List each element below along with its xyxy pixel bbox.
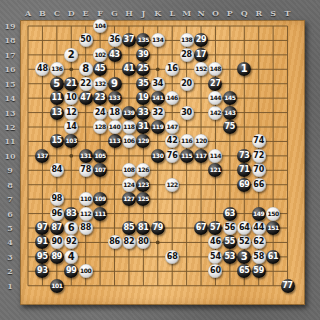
row-label-9: 9 bbox=[7, 165, 13, 175]
stone-M15-move-20[interactable]: 20 bbox=[180, 77, 194, 91]
move-number: 55 bbox=[225, 238, 236, 246]
row-label-5: 5 bbox=[7, 223, 13, 233]
move-number: 123 bbox=[138, 182, 149, 188]
move-number: 139 bbox=[123, 110, 134, 116]
move-number: 130 bbox=[152, 153, 163, 159]
move-number: 150 bbox=[267, 211, 278, 217]
stone-G17-move-43[interactable]: 43 bbox=[108, 48, 122, 62]
move-number: 131 bbox=[80, 153, 91, 159]
col-label-N: N bbox=[197, 8, 204, 18]
stone-K14-move-141[interactable]: 141 bbox=[151, 91, 165, 105]
move-number: 77 bbox=[282, 282, 293, 290]
stone-J15-move-35[interactable]: 35 bbox=[136, 77, 150, 91]
move-number: 62 bbox=[253, 238, 264, 246]
move-number: 53 bbox=[225, 253, 236, 261]
stone-K13-move-32[interactable]: 32 bbox=[151, 106, 165, 120]
stone-R8-move-66[interactable]: 66 bbox=[252, 178, 266, 192]
stone-C15-move-5[interactable]: 5 bbox=[50, 77, 64, 91]
stone-F13-move-24[interactable]: 24 bbox=[93, 106, 107, 120]
move-number: 151 bbox=[267, 225, 278, 231]
row-label-10: 10 bbox=[4, 151, 15, 161]
move-number: 43 bbox=[109, 51, 120, 59]
stone-M17-move-28[interactable]: 28 bbox=[180, 48, 194, 62]
move-number: 89 bbox=[51, 253, 62, 261]
stone-C14-move-11[interactable]: 11 bbox=[50, 91, 64, 105]
stone-E15-move-22[interactable]: 22 bbox=[79, 77, 93, 91]
stone-P12-move-75[interactable]: 75 bbox=[223, 120, 237, 134]
row-label-3: 3 bbox=[7, 252, 13, 262]
move-number: 24 bbox=[95, 109, 106, 117]
move-number: 152 bbox=[195, 66, 206, 72]
move-number: 98 bbox=[51, 195, 62, 203]
move-number: 149 bbox=[253, 211, 264, 217]
move-number: 12 bbox=[66, 109, 77, 117]
move-number: 115 bbox=[181, 153, 192, 159]
move-number: 37 bbox=[124, 36, 135, 44]
stone-R9-move-70[interactable]: 70 bbox=[252, 163, 266, 177]
stone-P3-move-53[interactable]: 53 bbox=[223, 250, 237, 264]
stone-G14-move-133[interactable]: 133 bbox=[108, 91, 122, 105]
stone-G18-move-36[interactable]: 36 bbox=[108, 33, 122, 47]
stone-N10-move-117[interactable]: 117 bbox=[194, 149, 208, 163]
col-label-M: M bbox=[182, 8, 191, 18]
move-number: 126 bbox=[138, 167, 149, 173]
col-label-T: T bbox=[285, 8, 291, 18]
stone-K5-move-79[interactable]: 79 bbox=[151, 221, 165, 235]
row-label-14: 14 bbox=[4, 93, 15, 103]
move-number: 79 bbox=[152, 224, 163, 232]
stone-M10-move-115[interactable]: 115 bbox=[180, 149, 194, 163]
move-number: 69 bbox=[239, 181, 250, 189]
stone-E14-move-47[interactable]: 47 bbox=[79, 91, 93, 105]
move-number: 48 bbox=[37, 65, 48, 73]
move-number: 11 bbox=[51, 94, 62, 102]
move-number: 133 bbox=[109, 95, 120, 101]
stone-C5-move-87[interactable]: 87 bbox=[50, 221, 64, 235]
col-label-J: J bbox=[141, 8, 145, 18]
row-label-4: 4 bbox=[7, 237, 13, 247]
move-number: 107 bbox=[94, 167, 105, 173]
move-number: 72 bbox=[253, 152, 264, 160]
col-label-L: L bbox=[169, 8, 175, 18]
move-number: 103 bbox=[66, 138, 77, 144]
col-label-C: C bbox=[54, 8, 60, 18]
move-number: 65 bbox=[239, 267, 250, 275]
move-number: 110 bbox=[80, 196, 91, 202]
move-number: 2 bbox=[68, 50, 75, 60]
stone-R6-move-149[interactable]: 149 bbox=[252, 207, 266, 221]
move-number: 3 bbox=[241, 252, 248, 262]
move-number: 15 bbox=[51, 137, 62, 145]
move-number: 17 bbox=[196, 51, 207, 59]
stone-L10-move-76[interactable]: 76 bbox=[165, 149, 179, 163]
stone-C7-move-98[interactable]: 98 bbox=[50, 192, 64, 206]
move-number: 142 bbox=[210, 110, 221, 116]
stone-H13-move-139[interactable]: 139 bbox=[122, 106, 136, 120]
move-number: 30 bbox=[181, 109, 192, 117]
move-number: 42 bbox=[167, 137, 178, 145]
stone-F10-move-105[interactable]: 105 bbox=[93, 149, 107, 163]
col-label-R: R bbox=[255, 8, 262, 18]
move-number: 132 bbox=[94, 81, 105, 87]
stone-E9-move-78[interactable]: 78 bbox=[79, 163, 93, 177]
move-number: 23 bbox=[95, 94, 106, 102]
stone-N17-move-17[interactable]: 17 bbox=[194, 48, 208, 62]
row-label-12: 12 bbox=[4, 122, 15, 132]
stone-G4-move-86[interactable]: 86 bbox=[108, 235, 122, 249]
move-number: 63 bbox=[225, 210, 236, 218]
col-label-H: H bbox=[125, 8, 133, 18]
stone-N5-move-67[interactable]: 67 bbox=[194, 221, 208, 235]
stone-O13-move-142[interactable]: 142 bbox=[208, 106, 222, 120]
move-number: 75 bbox=[225, 123, 236, 131]
move-number: 138 bbox=[181, 37, 192, 43]
stone-D17-move-2[interactable]: 2 bbox=[64, 48, 78, 62]
stone-H5-move-85[interactable]: 85 bbox=[122, 221, 136, 235]
col-label-S: S bbox=[270, 8, 276, 18]
move-number: 95 bbox=[37, 253, 48, 261]
move-number: 87 bbox=[51, 224, 62, 232]
stone-F15-move-132[interactable]: 132 bbox=[93, 77, 107, 91]
move-number: 71 bbox=[239, 166, 250, 174]
stone-D13-move-12[interactable]: 12 bbox=[64, 106, 78, 120]
move-number: 82 bbox=[124, 238, 135, 246]
stone-E2-move-100[interactable]: 100 bbox=[79, 264, 93, 278]
move-number: 119 bbox=[152, 124, 163, 130]
move-number: 83 bbox=[66, 210, 77, 218]
go-game-record-screenshot: ABCDEFGHJKLMNOPQRST191817161514131211109… bbox=[0, 0, 320, 320]
stone-Q8-move-69[interactable]: 69 bbox=[237, 178, 251, 192]
move-number: 5 bbox=[53, 79, 60, 89]
move-number: 66 bbox=[253, 181, 264, 189]
stone-F12-move-128[interactable]: 128 bbox=[93, 120, 107, 134]
move-number: 101 bbox=[51, 283, 62, 289]
move-number: 120 bbox=[195, 138, 206, 144]
stone-M13-move-30[interactable]: 30 bbox=[180, 106, 194, 120]
stone-C3-move-89[interactable]: 89 bbox=[50, 250, 64, 264]
stone-G13-move-18[interactable]: 18 bbox=[108, 106, 122, 120]
stone-R3-move-58[interactable]: 58 bbox=[252, 250, 266, 264]
stone-H8-move-124[interactable]: 124 bbox=[122, 178, 136, 192]
row-label-15: 15 bbox=[4, 79, 15, 89]
col-label-O: O bbox=[212, 8, 219, 18]
move-number: 76 bbox=[167, 152, 178, 160]
stone-E6-move-112[interactable]: 112 bbox=[79, 207, 93, 221]
row-label-1: 1 bbox=[7, 281, 13, 291]
row-label-13: 13 bbox=[4, 108, 15, 118]
move-number: 93 bbox=[37, 267, 48, 275]
move-number: 97 bbox=[37, 224, 48, 232]
row-label-2: 2 bbox=[7, 266, 13, 276]
move-number: 106 bbox=[123, 138, 134, 144]
stone-P14-move-145[interactable]: 145 bbox=[223, 91, 237, 105]
stone-L3-move-68[interactable]: 68 bbox=[165, 250, 179, 264]
move-number: 117 bbox=[195, 153, 206, 159]
stone-J13-move-33[interactable]: 33 bbox=[136, 106, 150, 120]
move-number: 60 bbox=[210, 267, 221, 275]
move-number: 8 bbox=[82, 64, 89, 74]
move-number: 129 bbox=[138, 138, 149, 144]
move-number: 140 bbox=[109, 124, 120, 130]
row-label-11: 11 bbox=[4, 136, 15, 146]
stone-E16-move-8[interactable]: 8 bbox=[79, 62, 93, 76]
move-number: 134 bbox=[152, 37, 163, 43]
move-number: 59 bbox=[253, 267, 264, 275]
move-number: 114 bbox=[210, 153, 221, 159]
stone-F17-move-102[interactable]: 102 bbox=[93, 48, 107, 62]
move-number: 111 bbox=[94, 211, 105, 217]
row-label-18: 18 bbox=[4, 35, 15, 45]
move-number: 27 bbox=[210, 80, 221, 88]
col-label-E: E bbox=[83, 8, 89, 18]
move-number: 136 bbox=[51, 66, 62, 72]
move-number: 39 bbox=[138, 51, 149, 59]
col-label-F: F bbox=[97, 8, 103, 18]
move-number: 21 bbox=[66, 80, 77, 88]
move-number: 31 bbox=[138, 123, 149, 131]
stone-C1-move-101[interactable]: 101 bbox=[50, 279, 64, 293]
move-number: 28 bbox=[181, 51, 192, 59]
move-number: 86 bbox=[109, 238, 120, 246]
stone-C6-move-96[interactable]: 96 bbox=[50, 207, 64, 221]
move-number: 18 bbox=[109, 109, 120, 117]
move-number: 35 bbox=[138, 80, 149, 88]
stone-M11-move-116[interactable]: 116 bbox=[180, 134, 194, 148]
move-number: 64 bbox=[239, 224, 250, 232]
move-number: 128 bbox=[94, 124, 105, 130]
row-label-17: 17 bbox=[4, 50, 15, 60]
move-number: 73 bbox=[239, 152, 250, 160]
stone-L8-move-122[interactable]: 122 bbox=[165, 178, 179, 192]
move-number: 90 bbox=[51, 238, 62, 246]
move-number: 47 bbox=[80, 94, 91, 102]
move-number: 96 bbox=[51, 210, 62, 218]
col-label-P: P bbox=[227, 8, 233, 18]
move-number: 29 bbox=[196, 36, 207, 44]
col-label-D: D bbox=[68, 8, 75, 18]
move-number: 116 bbox=[181, 138, 192, 144]
col-label-B: B bbox=[39, 8, 46, 18]
stone-K15-move-34[interactable]: 34 bbox=[151, 77, 165, 91]
move-number: 145 bbox=[224, 95, 235, 101]
move-number: 104 bbox=[94, 23, 105, 29]
move-number: 137 bbox=[37, 153, 48, 159]
move-number: 54 bbox=[210, 253, 221, 261]
stone-R10-move-72[interactable]: 72 bbox=[252, 149, 266, 163]
move-number: 121 bbox=[210, 167, 221, 173]
move-number: 57 bbox=[210, 224, 221, 232]
move-number: 148 bbox=[210, 66, 221, 72]
move-number: 56 bbox=[225, 224, 236, 232]
move-number: 61 bbox=[268, 253, 279, 261]
move-number: 102 bbox=[94, 52, 105, 58]
move-number: 70 bbox=[253, 166, 264, 174]
stone-E10-move-131[interactable]: 131 bbox=[79, 149, 93, 163]
stone-E7-move-110[interactable]: 110 bbox=[79, 192, 93, 206]
stone-M18-move-138[interactable]: 138 bbox=[180, 33, 194, 47]
move-number: 36 bbox=[109, 36, 120, 44]
row-label-19: 19 bbox=[4, 21, 15, 31]
move-number: 143 bbox=[224, 110, 235, 116]
stone-K10-move-130[interactable]: 130 bbox=[151, 149, 165, 163]
stone-D15-move-21[interactable]: 21 bbox=[64, 77, 78, 91]
move-number: 32 bbox=[152, 109, 163, 117]
move-number: 34 bbox=[152, 80, 163, 88]
stone-H7-move-127[interactable]: 127 bbox=[122, 192, 136, 206]
stone-E5-move-88[interactable]: 88 bbox=[79, 221, 93, 235]
stone-J8-move-123[interactable]: 123 bbox=[136, 178, 150, 192]
row-label-8: 8 bbox=[7, 180, 13, 190]
move-number: 33 bbox=[138, 109, 149, 117]
stone-P6-move-63[interactable]: 63 bbox=[223, 207, 237, 221]
move-number: 78 bbox=[80, 166, 91, 174]
stone-F6-move-111[interactable]: 111 bbox=[93, 207, 107, 221]
move-number: 135 bbox=[138, 37, 149, 43]
col-label-A: A bbox=[25, 8, 31, 18]
col-label-K: K bbox=[154, 8, 161, 18]
stone-S3-move-61[interactable]: 61 bbox=[266, 250, 280, 264]
move-number: 105 bbox=[94, 153, 105, 159]
move-number: 92 bbox=[66, 238, 77, 246]
move-number: 25 bbox=[138, 65, 149, 73]
move-number: 109 bbox=[94, 196, 105, 202]
move-number: 85 bbox=[124, 224, 135, 232]
move-number: 44 bbox=[253, 224, 264, 232]
move-number: 52 bbox=[239, 238, 250, 246]
move-number: 16 bbox=[167, 65, 178, 73]
move-number: 122 bbox=[167, 182, 178, 188]
move-number: 112 bbox=[80, 211, 91, 217]
move-number: 13 bbox=[51, 109, 62, 117]
stone-R2-move-59[interactable]: 59 bbox=[252, 264, 266, 278]
stone-F19-move-104[interactable]: 104 bbox=[93, 19, 107, 33]
stone-C13-move-13[interactable]: 13 bbox=[50, 106, 64, 120]
move-number: 124 bbox=[123, 182, 134, 188]
stone-S6-move-150[interactable]: 150 bbox=[266, 207, 280, 221]
stone-H12-move-118[interactable]: 118 bbox=[122, 120, 136, 134]
move-number: 10 bbox=[66, 94, 77, 102]
move-number: 4 bbox=[68, 252, 75, 262]
move-number: 80 bbox=[138, 238, 149, 246]
move-number: 67 bbox=[196, 224, 207, 232]
move-number: 84 bbox=[51, 166, 62, 174]
move-number: 50 bbox=[80, 36, 91, 44]
move-number: 1 bbox=[241, 64, 248, 74]
stone-P5-move-56[interactable]: 56 bbox=[223, 221, 237, 235]
stone-G12-move-140[interactable]: 140 bbox=[108, 120, 122, 134]
row-label-6: 6 bbox=[7, 209, 13, 219]
stone-D6-move-83[interactable]: 83 bbox=[64, 207, 78, 221]
move-number: 113 bbox=[109, 138, 120, 144]
move-number: 9 bbox=[111, 79, 118, 89]
move-number: 20 bbox=[181, 80, 192, 88]
move-number: 81 bbox=[138, 224, 149, 232]
move-number: 88 bbox=[80, 224, 91, 232]
row-label-16: 16 bbox=[4, 64, 15, 74]
stone-T1-move-77[interactable]: 77 bbox=[281, 279, 295, 293]
move-number: 144 bbox=[210, 95, 221, 101]
stone-R5-move-44[interactable]: 44 bbox=[252, 221, 266, 235]
row-label-7: 7 bbox=[7, 194, 13, 204]
move-number: 14 bbox=[66, 123, 77, 131]
move-number: 58 bbox=[253, 253, 264, 261]
move-number: 141 bbox=[152, 95, 163, 101]
stone-G11-move-113[interactable]: 113 bbox=[108, 134, 122, 148]
move-number: 118 bbox=[123, 124, 134, 130]
move-number: 147 bbox=[167, 124, 178, 130]
stone-P13-move-143[interactable]: 143 bbox=[223, 106, 237, 120]
move-number: 127 bbox=[123, 196, 134, 202]
move-number: 108 bbox=[123, 167, 134, 173]
move-number: 74 bbox=[253, 137, 264, 145]
move-number: 146 bbox=[167, 95, 178, 101]
stone-K12-move-119[interactable]: 119 bbox=[151, 120, 165, 134]
move-number: 46 bbox=[210, 238, 221, 246]
move-number: 6 bbox=[68, 223, 75, 233]
move-number: 100 bbox=[80, 268, 91, 274]
move-number: 68 bbox=[167, 253, 178, 261]
col-label-G: G bbox=[111, 8, 118, 18]
move-number: 99 bbox=[66, 267, 77, 275]
stone-G15-move-9[interactable]: 9 bbox=[108, 77, 122, 91]
move-number: 41 bbox=[124, 65, 135, 73]
col-label-Q: Q bbox=[241, 8, 248, 18]
move-number: 19 bbox=[138, 94, 149, 102]
move-number: 125 bbox=[138, 196, 149, 202]
move-number: 22 bbox=[80, 80, 91, 88]
move-number: 45 bbox=[95, 65, 106, 73]
move-number: 91 bbox=[37, 238, 48, 246]
